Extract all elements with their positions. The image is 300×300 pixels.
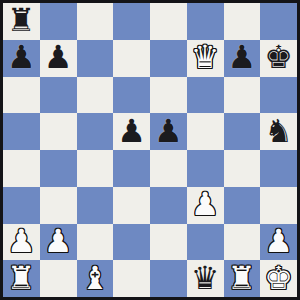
square-f4[interactable]	[187, 150, 224, 187]
square-g2[interactable]	[224, 224, 261, 261]
square-a5[interactable]	[3, 113, 40, 150]
square-a4[interactable]	[3, 150, 40, 187]
square-g7[interactable]: ♟	[224, 40, 261, 77]
square-a3[interactable]	[3, 187, 40, 224]
piece-white-pawn[interactable]: ♟	[191, 188, 220, 220]
square-e3[interactable]	[150, 187, 187, 224]
square-d8[interactable]	[113, 3, 150, 40]
square-b3[interactable]	[40, 187, 77, 224]
square-h8[interactable]	[260, 3, 297, 40]
piece-black-knight[interactable]: ♞	[264, 115, 293, 147]
square-d3[interactable]	[113, 187, 150, 224]
square-e2[interactable]	[150, 224, 187, 261]
square-c6[interactable]	[77, 77, 114, 114]
square-g5[interactable]	[224, 113, 261, 150]
square-g3[interactable]	[224, 187, 261, 224]
piece-white-pawn[interactable]: ♟	[44, 225, 73, 257]
piece-black-pawn[interactable]: ♟	[154, 115, 183, 147]
square-c5[interactable]	[77, 113, 114, 150]
piece-white-pawn[interactable]: ♟	[7, 225, 36, 257]
piece-white-rook[interactable]: ♜	[228, 262, 257, 294]
square-e4[interactable]	[150, 150, 187, 187]
square-h5[interactable]: ♞	[260, 113, 297, 150]
square-h4[interactable]	[260, 150, 297, 187]
square-a8[interactable]: ♜	[3, 3, 40, 40]
piece-white-pawn[interactable]: ♟	[264, 225, 293, 257]
piece-black-pawn[interactable]: ♟	[228, 41, 257, 73]
square-a1[interactable]: ♜	[3, 260, 40, 297]
piece-white-king[interactable]: ♚	[264, 262, 293, 294]
square-c1[interactable]: ♝	[77, 260, 114, 297]
square-e5[interactable]: ♟	[150, 113, 187, 150]
square-c4[interactable]	[77, 150, 114, 187]
square-a2[interactable]: ♟	[3, 224, 40, 261]
piece-white-rook[interactable]: ♜	[7, 262, 36, 294]
square-f8[interactable]	[187, 3, 224, 40]
square-b6[interactable]	[40, 77, 77, 114]
square-e1[interactable]	[150, 260, 187, 297]
square-b5[interactable]	[40, 113, 77, 150]
square-h3[interactable]	[260, 187, 297, 224]
square-e7[interactable]	[150, 40, 187, 77]
piece-white-bishop[interactable]: ♝	[81, 262, 110, 294]
square-c2[interactable]	[77, 224, 114, 261]
square-f1[interactable]: ♛	[187, 260, 224, 297]
square-g4[interactable]	[224, 150, 261, 187]
square-c3[interactable]	[77, 187, 114, 224]
square-d7[interactable]	[113, 40, 150, 77]
square-h7[interactable]: ♚	[260, 40, 297, 77]
piece-black-king[interactable]: ♚	[264, 41, 293, 73]
square-f3[interactable]: ♟	[187, 187, 224, 224]
square-d2[interactable]	[113, 224, 150, 261]
square-f7[interactable]: ♛	[187, 40, 224, 77]
piece-black-rook[interactable]: ♜	[7, 4, 36, 36]
square-d4[interactable]	[113, 150, 150, 187]
square-g8[interactable]	[224, 3, 261, 40]
square-g1[interactable]: ♜	[224, 260, 261, 297]
square-b7[interactable]: ♟	[40, 40, 77, 77]
square-f5[interactable]	[187, 113, 224, 150]
square-d5[interactable]: ♟	[113, 113, 150, 150]
piece-black-queen[interactable]: ♛	[191, 262, 220, 294]
square-c7[interactable]	[77, 40, 114, 77]
square-h6[interactable]	[260, 77, 297, 114]
square-a6[interactable]	[3, 77, 40, 114]
piece-black-pawn[interactable]: ♟	[44, 41, 73, 73]
square-e6[interactable]	[150, 77, 187, 114]
square-f6[interactable]	[187, 77, 224, 114]
square-b2[interactable]: ♟	[40, 224, 77, 261]
piece-black-pawn[interactable]: ♟	[7, 41, 36, 73]
square-e8[interactable]	[150, 3, 187, 40]
square-b4[interactable]	[40, 150, 77, 187]
square-h2[interactable]: ♟	[260, 224, 297, 261]
square-a7[interactable]: ♟	[3, 40, 40, 77]
piece-white-queen[interactable]: ♛	[191, 41, 220, 73]
square-b8[interactable]	[40, 3, 77, 40]
square-b1[interactable]	[40, 260, 77, 297]
square-f2[interactable]	[187, 224, 224, 261]
square-d1[interactable]	[113, 260, 150, 297]
square-c8[interactable]	[77, 3, 114, 40]
square-d6[interactable]	[113, 77, 150, 114]
piece-black-pawn[interactable]: ♟	[117, 115, 146, 147]
chess-board: ♜♟♟♛♟♚♟♟♞♟♟♟♟♜♝♛♜♚	[0, 0, 300, 300]
square-h1[interactable]: ♚	[260, 260, 297, 297]
square-g6[interactable]	[224, 77, 261, 114]
